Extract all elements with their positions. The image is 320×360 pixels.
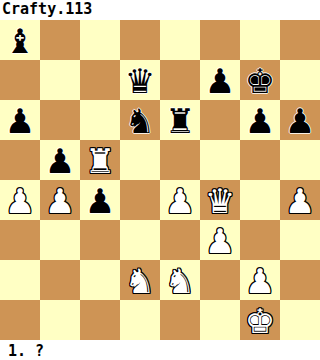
- square-a2[interactable]: [0, 260, 40, 300]
- square-h5[interactable]: [280, 140, 320, 180]
- black-queen-icon: ♛: [120, 60, 160, 100]
- square-d1[interactable]: [120, 300, 160, 340]
- square-e3[interactable]: [160, 220, 200, 260]
- square-h2[interactable]: [280, 260, 320, 300]
- square-a1[interactable]: [0, 300, 40, 340]
- black-pawn-icon: ♟: [80, 180, 120, 220]
- square-b2[interactable]: [40, 260, 80, 300]
- square-f8[interactable]: [200, 20, 240, 60]
- square-a3[interactable]: [0, 220, 40, 260]
- square-e5[interactable]: [160, 140, 200, 180]
- window-title: Crafty.113: [0, 0, 320, 20]
- square-e7[interactable]: [160, 60, 200, 100]
- square-b5[interactable]: ♟: [40, 140, 80, 180]
- white-pawn-icon: ♟: [280, 180, 320, 220]
- black-king-icon: ♚: [240, 60, 280, 100]
- square-f2[interactable]: [200, 260, 240, 300]
- black-pawn-icon: ♟: [0, 100, 40, 140]
- white-pawn-icon: ♟: [160, 180, 200, 220]
- black-rook-icon: ♜: [160, 100, 200, 140]
- square-e1[interactable]: [160, 300, 200, 340]
- square-h6[interactable]: ♟: [280, 100, 320, 140]
- square-c4[interactable]: ♟: [80, 180, 120, 220]
- square-a7[interactable]: [0, 60, 40, 100]
- chess-board: ♝♛♟♚♟♞♜♟♟♟♜♟♟♟♟♛♟♟♞♞♟♚: [0, 20, 320, 340]
- move-prompt: 1. ?: [0, 340, 320, 360]
- square-g5[interactable]: [240, 140, 280, 180]
- square-c3[interactable]: [80, 220, 120, 260]
- square-d5[interactable]: [120, 140, 160, 180]
- square-g2[interactable]: ♟: [240, 260, 280, 300]
- square-e4[interactable]: ♟: [160, 180, 200, 220]
- black-pawn-icon: ♟: [240, 100, 280, 140]
- square-f7[interactable]: ♟: [200, 60, 240, 100]
- black-pawn-icon: ♟: [200, 60, 240, 100]
- square-f1[interactable]: [200, 300, 240, 340]
- black-pawn-icon: ♟: [280, 100, 320, 140]
- black-bishop-icon: ♝: [0, 20, 40, 60]
- white-knight-icon: ♞: [120, 260, 160, 300]
- white-pawn-icon: ♟: [40, 180, 80, 220]
- white-king-icon: ♚: [240, 300, 280, 340]
- square-b8[interactable]: [40, 20, 80, 60]
- white-pawn-icon: ♟: [0, 180, 40, 220]
- square-c8[interactable]: [80, 20, 120, 60]
- square-d7[interactable]: ♛: [120, 60, 160, 100]
- square-g1[interactable]: ♚: [240, 300, 280, 340]
- square-c6[interactable]: [80, 100, 120, 140]
- square-d2[interactable]: ♞: [120, 260, 160, 300]
- white-queen-icon: ♛: [200, 180, 240, 220]
- square-h4[interactable]: ♟: [280, 180, 320, 220]
- square-h8[interactable]: [280, 20, 320, 60]
- square-b1[interactable]: [40, 300, 80, 340]
- xboard-window: Crafty.113 ♝♛♟♚♟♞♜♟♟♟♜♟♟♟♟♛♟♟♞♞♟♚ 1. ?: [0, 0, 320, 360]
- square-h7[interactable]: [280, 60, 320, 100]
- square-a8[interactable]: ♝: [0, 20, 40, 60]
- square-f6[interactable]: [200, 100, 240, 140]
- square-b7[interactable]: [40, 60, 80, 100]
- square-g4[interactable]: [240, 180, 280, 220]
- square-a5[interactable]: [0, 140, 40, 180]
- square-b4[interactable]: ♟: [40, 180, 80, 220]
- black-pawn-icon: ♟: [40, 140, 80, 180]
- square-g6[interactable]: ♟: [240, 100, 280, 140]
- square-c1[interactable]: [80, 300, 120, 340]
- square-a4[interactable]: ♟: [0, 180, 40, 220]
- square-d6[interactable]: ♞: [120, 100, 160, 140]
- square-d3[interactable]: [120, 220, 160, 260]
- square-b6[interactable]: [40, 100, 80, 140]
- white-knight-icon: ♞: [160, 260, 200, 300]
- square-e6[interactable]: ♜: [160, 100, 200, 140]
- square-h3[interactable]: [280, 220, 320, 260]
- square-d8[interactable]: [120, 20, 160, 60]
- square-f5[interactable]: [200, 140, 240, 180]
- square-g8[interactable]: [240, 20, 280, 60]
- square-e2[interactable]: ♞: [160, 260, 200, 300]
- square-c2[interactable]: [80, 260, 120, 300]
- square-b3[interactable]: [40, 220, 80, 260]
- square-c5[interactable]: ♜: [80, 140, 120, 180]
- black-knight-icon: ♞: [120, 100, 160, 140]
- square-g3[interactable]: [240, 220, 280, 260]
- white-pawn-icon: ♟: [200, 220, 240, 260]
- square-c7[interactable]: [80, 60, 120, 100]
- square-h1[interactable]: [280, 300, 320, 340]
- square-a6[interactable]: ♟: [0, 100, 40, 140]
- square-g7[interactable]: ♚: [240, 60, 280, 100]
- white-rook-icon: ♜: [80, 140, 120, 180]
- square-f3[interactable]: ♟: [200, 220, 240, 260]
- square-f4[interactable]: ♛: [200, 180, 240, 220]
- square-e8[interactable]: [160, 20, 200, 60]
- white-pawn-icon: ♟: [240, 260, 280, 300]
- square-d4[interactable]: [120, 180, 160, 220]
